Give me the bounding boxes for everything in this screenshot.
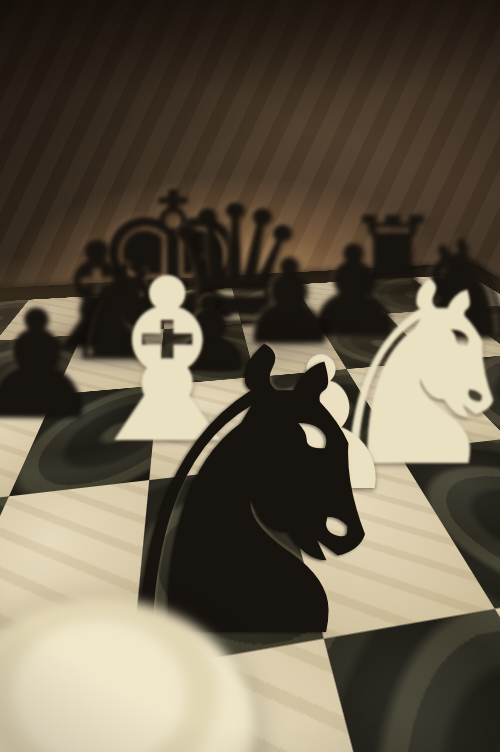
chess-photo-scene: ♝♚♛♜♞♟♟♟♞♟♟♝♟♞♞ (0, 0, 500, 752)
